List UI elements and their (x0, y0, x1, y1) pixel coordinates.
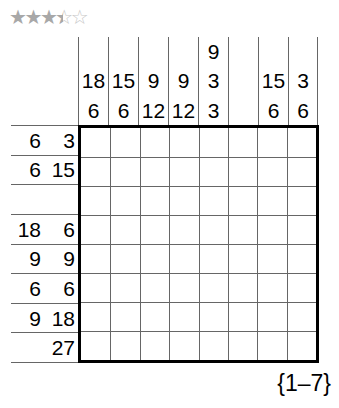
column-clue-col-4: 912 (168, 37, 198, 125)
row-clue-cell: 3 (45, 130, 79, 151)
cell-r4c7[interactable] (257, 215, 286, 244)
column-clues: 18615691291293315636 (78, 37, 319, 125)
cell-r1c4[interactable] (169, 128, 198, 157)
cell-r6c2[interactable] (110, 273, 139, 302)
column-clue-col-1: 186 (78, 37, 108, 125)
column-clue-cell: 6 (259, 96, 288, 125)
row-clue-cell: 9 (45, 248, 79, 269)
cell-r4c8[interactable] (287, 215, 316, 244)
row-clue-cell: 27 (45, 337, 79, 358)
cell-r5c3[interactable] (140, 244, 169, 273)
row-clue-row-7: 918 (11, 304, 79, 334)
column-clue-cell (109, 37, 138, 66)
cell-r2c3[interactable] (140, 157, 169, 186)
cell-r3c4[interactable] (169, 186, 198, 215)
cell-r5c6[interactable] (228, 244, 257, 273)
column-clue-cell: 6 (289, 96, 317, 125)
puzzle-grid (78, 125, 319, 363)
cell-r7c3[interactable] (140, 302, 169, 331)
cell-r4c2[interactable] (110, 215, 139, 244)
cell-r3c7[interactable] (257, 186, 286, 215)
cell-r1c3[interactable] (140, 128, 169, 157)
cell-r3c6[interactable] (228, 186, 257, 215)
cell-r8c5[interactable] (199, 331, 228, 360)
cell-r8c8[interactable] (287, 331, 316, 360)
star-half-fill: ★ (55, 5, 63, 29)
row-clue-cell: 18 (11, 219, 45, 240)
cell-r6c1[interactable] (81, 273, 110, 302)
cell-r6c3[interactable] (140, 273, 169, 302)
column-clue-cell (169, 37, 198, 66)
cell-r1c8[interactable] (287, 128, 316, 157)
row-clue-row-4: 186 (11, 215, 79, 245)
star-filled-icon: ★ (24, 5, 39, 29)
column-clue-cell: 9 (169, 66, 198, 95)
row-clue-cell: 6 (11, 130, 45, 151)
column-clue-cell: 15 (109, 66, 138, 95)
column-clue-col-8: 36 (288, 37, 318, 125)
cell-r4c6[interactable] (228, 215, 257, 244)
column-clue-cell: 3 (289, 66, 317, 95)
cell-r1c2[interactable] (110, 128, 139, 157)
cell-r7c1[interactable] (81, 302, 110, 331)
cell-r2c4[interactable] (169, 157, 198, 186)
column-clue-cell: 3 (199, 96, 228, 125)
column-clue-cell: 9 (139, 66, 168, 95)
cell-r4c3[interactable] (140, 215, 169, 244)
row-clue-cell: 6 (11, 278, 45, 299)
column-clue-col-7: 156 (258, 37, 288, 125)
cell-r2c5[interactable] (199, 157, 228, 186)
column-clue-cell: 6 (79, 96, 108, 125)
column-clue-cell (229, 96, 258, 125)
cell-r3c1[interactable] (81, 186, 110, 215)
column-clue-cell: 12 (139, 96, 168, 125)
cell-r8c4[interactable] (169, 331, 198, 360)
puzzle-page: ★★★☆★☆ 18615691291293315636 636151869966… (0, 0, 339, 408)
digit-range-label: {1–7} (277, 370, 331, 398)
cell-r3c2[interactable] (110, 186, 139, 215)
difficulty-stars: ★★★☆★☆ (9, 5, 86, 29)
cell-r3c8[interactable] (287, 186, 316, 215)
cell-r3c3[interactable] (140, 186, 169, 215)
cell-r5c2[interactable] (110, 244, 139, 273)
cell-r1c1[interactable] (81, 128, 110, 157)
column-clue-cell: 12 (169, 96, 198, 125)
column-clue-col-6 (228, 37, 258, 125)
row-clue-row-8: 27 (11, 333, 79, 363)
column-clue-col-2: 156 (108, 37, 138, 125)
cell-r5c1[interactable] (81, 244, 110, 273)
cell-r2c7[interactable] (257, 157, 286, 186)
row-clue-row-6: 66 (11, 274, 79, 304)
star-filled-icon: ★ (40, 5, 55, 29)
row-clue-cell: 6 (45, 219, 79, 240)
cell-r6c4[interactable] (169, 273, 198, 302)
column-clue-cell (139, 37, 168, 66)
cell-r8c2[interactable] (110, 331, 139, 360)
cell-r5c5[interactable] (199, 244, 228, 273)
column-clue-cell (289, 37, 317, 66)
row-clue-cell: 6 (45, 278, 79, 299)
column-clue-cell: 15 (259, 66, 288, 95)
cell-r2c2[interactable] (110, 157, 139, 186)
column-clue-col-3: 912 (138, 37, 168, 125)
cell-r8c3[interactable] (140, 331, 169, 360)
row-clues: 63615186996691827 (11, 125, 78, 363)
cell-r8c7[interactable] (257, 331, 286, 360)
cell-r6c7[interactable] (257, 273, 286, 302)
cell-r6c8[interactable] (287, 273, 316, 302)
cell-r6c6[interactable] (228, 273, 257, 302)
cell-r2c1[interactable] (81, 157, 110, 186)
column-clue-cell (259, 37, 288, 66)
star-filled-icon: ★ (9, 5, 24, 29)
row-clue-row-1: 63 (11, 126, 79, 156)
cell-r7c6[interactable] (228, 302, 257, 331)
row-clue-cell: 18 (45, 308, 79, 329)
column-clue-cell: 9 (199, 37, 228, 66)
column-clue-col-5: 933 (198, 37, 228, 125)
cell-r6c5[interactable] (199, 273, 228, 302)
row-clue-cell: 9 (11, 308, 45, 329)
cell-r4c4[interactable] (169, 215, 198, 244)
cell-r8c6[interactable] (228, 331, 257, 360)
column-clue-cell: 6 (109, 96, 138, 125)
cell-r7c4[interactable] (169, 302, 198, 331)
cell-r7c5[interactable] (199, 302, 228, 331)
row-clue-row-5: 99 (11, 245, 79, 275)
cell-r1c6[interactable] (228, 128, 257, 157)
cell-r4c1[interactable] (81, 215, 110, 244)
row-clue-cell: 9 (11, 248, 45, 269)
star-half-icon: ☆★ (55, 5, 70, 29)
cell-r7c8[interactable] (287, 302, 316, 331)
cell-r7c7[interactable] (257, 302, 286, 331)
cell-r2c6[interactable] (228, 157, 257, 186)
cell-r3c5[interactable] (199, 186, 228, 215)
row-clue-row-2: 615 (11, 156, 79, 186)
cell-r4c5[interactable] (199, 215, 228, 244)
column-clue-cell (229, 66, 258, 95)
column-clue-cell: 3 (199, 66, 228, 95)
cell-r8c1[interactable] (81, 331, 110, 360)
cell-r5c8[interactable] (287, 244, 316, 273)
row-clue-row-3 (11, 185, 79, 215)
cell-r7c2[interactable] (110, 302, 139, 331)
column-clue-cell: 18 (79, 66, 108, 95)
row-clue-cell: 6 (11, 159, 45, 180)
cell-r2c8[interactable] (287, 157, 316, 186)
cell-r1c7[interactable] (257, 128, 286, 157)
row-clue-cell: 15 (45, 159, 79, 180)
cell-r1c5[interactable] (199, 128, 228, 157)
star-empty-icon: ☆ (71, 5, 86, 29)
cell-r5c7[interactable] (257, 244, 286, 273)
column-clue-cell (229, 37, 258, 66)
column-clue-cell (79, 37, 108, 66)
cell-r5c4[interactable] (169, 244, 198, 273)
